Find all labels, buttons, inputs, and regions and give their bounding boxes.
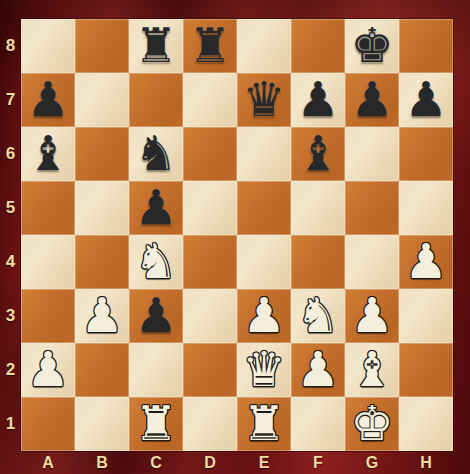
- square-e5[interactable]: [237, 181, 291, 235]
- square-h8[interactable]: [399, 19, 453, 73]
- square-a7[interactable]: ♟: [21, 73, 75, 127]
- white-queen-e2[interactable]: ♛: [242, 345, 285, 393]
- file-label-a: A: [21, 451, 75, 474]
- square-g8[interactable]: ♚: [345, 19, 399, 73]
- square-h6[interactable]: [399, 127, 453, 181]
- white-pawn-h4[interactable]: ♟: [404, 237, 447, 285]
- square-g5[interactable]: [345, 181, 399, 235]
- square-e6[interactable]: [237, 127, 291, 181]
- file-label-g: G: [345, 451, 399, 474]
- square-b7[interactable]: [75, 73, 129, 127]
- square-f2[interactable]: ♟: [291, 343, 345, 397]
- square-h4[interactable]: ♟: [399, 235, 453, 289]
- file-label-b: B: [75, 451, 129, 474]
- rank-label-5: 5: [0, 181, 21, 235]
- white-king-g1[interactable]: ♚: [350, 399, 393, 447]
- square-h7[interactable]: ♟: [399, 73, 453, 127]
- square-c1[interactable]: ♜: [129, 397, 183, 451]
- black-pawn-f7[interactable]: ♟: [296, 75, 339, 123]
- square-g1[interactable]: ♚: [345, 397, 399, 451]
- square-h1[interactable]: [399, 397, 453, 451]
- square-c4[interactable]: ♞: [129, 235, 183, 289]
- square-e8[interactable]: [237, 19, 291, 73]
- square-g3[interactable]: ♟: [345, 289, 399, 343]
- black-pawn-c3[interactable]: ♟: [134, 291, 177, 339]
- square-a4[interactable]: [21, 235, 75, 289]
- rank-label-4: 4: [0, 235, 21, 289]
- black-bishop-a6[interactable]: ♝: [26, 129, 69, 177]
- black-queen-e7[interactable]: ♛: [242, 75, 285, 123]
- square-c8[interactable]: ♜: [129, 19, 183, 73]
- black-rook-c8[interactable]: ♜: [134, 21, 177, 69]
- white-pawn-a2[interactable]: ♟: [26, 345, 69, 393]
- square-c7[interactable]: [129, 73, 183, 127]
- black-pawn-g7[interactable]: ♟: [350, 75, 393, 123]
- black-rook-d8[interactable]: ♜: [188, 21, 231, 69]
- black-pawn-h7[interactable]: ♟: [404, 75, 447, 123]
- file-label-f: F: [291, 451, 345, 474]
- file-label-h: H: [399, 451, 453, 474]
- square-b2[interactable]: [75, 343, 129, 397]
- board: ♜♜♚♟♛♟♟♟♝♞♝♟♞♟♟♟♟♞♟♟♛♟♝♜♜♚: [21, 19, 453, 451]
- square-h3[interactable]: [399, 289, 453, 343]
- white-knight-f3[interactable]: ♞: [296, 291, 339, 339]
- square-f5[interactable]: [291, 181, 345, 235]
- white-pawn-e3[interactable]: ♟: [242, 291, 285, 339]
- square-c3[interactable]: ♟: [129, 289, 183, 343]
- rank-labels: 87654321: [0, 19, 21, 451]
- square-b1[interactable]: [75, 397, 129, 451]
- square-g2[interactable]: ♝: [345, 343, 399, 397]
- square-f4[interactable]: [291, 235, 345, 289]
- square-f1[interactable]: [291, 397, 345, 451]
- rank-label-8: 8: [0, 19, 21, 73]
- chessboard-frame: 87654321 ♜♜♚♟♛♟♟♟♝♞♝♟♞♟♟♟♟♞♟♟♛♟♝♜♜♚ ABCD…: [0, 0, 470, 474]
- square-c6[interactable]: ♞: [129, 127, 183, 181]
- square-d2[interactable]: [183, 343, 237, 397]
- square-e2[interactable]: ♛: [237, 343, 291, 397]
- square-f6[interactable]: ♝: [291, 127, 345, 181]
- square-e7[interactable]: ♛: [237, 73, 291, 127]
- square-e3[interactable]: ♟: [237, 289, 291, 343]
- square-e4[interactable]: [237, 235, 291, 289]
- square-f7[interactable]: ♟: [291, 73, 345, 127]
- rank-label-3: 3: [0, 289, 21, 343]
- square-c2[interactable]: [129, 343, 183, 397]
- square-d1[interactable]: [183, 397, 237, 451]
- square-b6[interactable]: [75, 127, 129, 181]
- square-g4[interactable]: [345, 235, 399, 289]
- rank-label-6: 6: [0, 127, 21, 181]
- square-e1[interactable]: ♜: [237, 397, 291, 451]
- white-rook-e1[interactable]: ♜: [242, 399, 285, 447]
- square-b4[interactable]: [75, 235, 129, 289]
- white-rook-c1[interactable]: ♜: [134, 399, 177, 447]
- square-b8[interactable]: [75, 19, 129, 73]
- square-a3[interactable]: [21, 289, 75, 343]
- square-d6[interactable]: [183, 127, 237, 181]
- white-bishop-g2[interactable]: ♝: [350, 345, 393, 393]
- square-d4[interactable]: [183, 235, 237, 289]
- square-d3[interactable]: [183, 289, 237, 343]
- rank-label-7: 7: [0, 73, 21, 127]
- black-king-g8[interactable]: ♚: [350, 21, 393, 69]
- square-d7[interactable]: [183, 73, 237, 127]
- rank-label-2: 2: [0, 343, 21, 397]
- square-b3[interactable]: ♟: [75, 289, 129, 343]
- square-f3[interactable]: ♞: [291, 289, 345, 343]
- square-d8[interactable]: ♜: [183, 19, 237, 73]
- square-g6[interactable]: [345, 127, 399, 181]
- square-a8[interactable]: [21, 19, 75, 73]
- white-pawn-b3[interactable]: ♟: [80, 291, 123, 339]
- white-pawn-f2[interactable]: ♟: [296, 345, 339, 393]
- square-g7[interactable]: ♟: [345, 73, 399, 127]
- black-bishop-f6[interactable]: ♝: [296, 129, 339, 177]
- white-pawn-g3[interactable]: ♟: [350, 291, 393, 339]
- file-label-d: D: [183, 451, 237, 474]
- square-h5[interactable]: [399, 181, 453, 235]
- black-knight-c6[interactable]: ♞: [134, 129, 177, 177]
- black-pawn-c5[interactable]: ♟: [134, 183, 177, 231]
- square-a2[interactable]: ♟: [21, 343, 75, 397]
- square-a1[interactable]: [21, 397, 75, 451]
- square-h2[interactable]: [399, 343, 453, 397]
- file-label-c: C: [129, 451, 183, 474]
- rank-label-1: 1: [0, 397, 21, 451]
- square-d5[interactable]: [183, 181, 237, 235]
- square-b5[interactable]: [75, 181, 129, 235]
- black-pawn-a7[interactable]: ♟: [26, 75, 69, 123]
- white-knight-c4[interactable]: ♞: [134, 237, 177, 285]
- file-labels: ABCDEFGH: [21, 451, 453, 474]
- square-c5[interactable]: ♟: [129, 181, 183, 235]
- square-a6[interactable]: ♝: [21, 127, 75, 181]
- file-label-e: E: [237, 451, 291, 474]
- square-a5[interactable]: [21, 181, 75, 235]
- square-f8[interactable]: [291, 19, 345, 73]
